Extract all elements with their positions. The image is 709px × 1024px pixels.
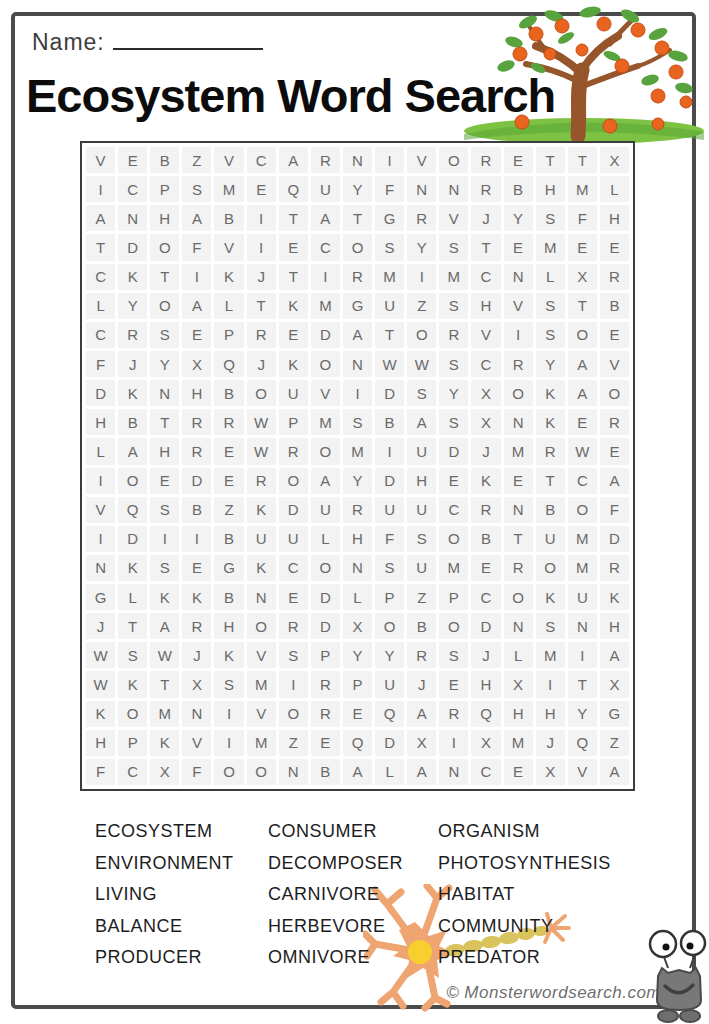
grid-cell[interactable]: B bbox=[214, 380, 243, 406]
grid-cell[interactable]: C bbox=[118, 176, 147, 202]
grid-cell[interactable]: D bbox=[118, 526, 147, 552]
grid-cell[interactable]: H bbox=[214, 613, 243, 639]
grid-cell[interactable]: W bbox=[86, 671, 115, 697]
grid-cell[interactable]: K bbox=[118, 380, 147, 406]
grid-cell[interactable]: V bbox=[311, 380, 340, 406]
grid-cell[interactable]: U bbox=[279, 526, 308, 552]
grid-cell[interactable]: C bbox=[471, 264, 500, 290]
grid-cell[interactable]: H bbox=[600, 205, 629, 231]
grid-cell[interactable]: N bbox=[504, 613, 533, 639]
grid-cell[interactable]: L bbox=[504, 642, 533, 668]
grid-cell[interactable]: U bbox=[407, 497, 436, 523]
grid-cell[interactable]: Y bbox=[439, 380, 468, 406]
grid-cell[interactable]: Q bbox=[375, 701, 404, 727]
grid-cell[interactable]: S bbox=[214, 671, 243, 697]
grid-cell[interactable]: K bbox=[536, 380, 565, 406]
grid-cell[interactable]: E bbox=[600, 234, 629, 260]
grid-cell[interactable]: A bbox=[407, 701, 436, 727]
grid-cell[interactable]: O bbox=[439, 613, 468, 639]
grid-cell[interactable]: O bbox=[504, 380, 533, 406]
grid-cell[interactable]: U bbox=[279, 380, 308, 406]
grid-cell[interactable]: O bbox=[504, 584, 533, 610]
grid-cell[interactable]: X bbox=[407, 730, 436, 756]
grid-cell[interactable]: T bbox=[536, 147, 565, 173]
grid-cell[interactable]: K bbox=[247, 555, 276, 581]
grid-cell[interactable]: Y bbox=[568, 701, 597, 727]
grid-cell[interactable]: S bbox=[536, 293, 565, 319]
grid-cell[interactable]: S bbox=[182, 176, 211, 202]
grid-cell[interactable]: P bbox=[150, 176, 179, 202]
grid-cell[interactable]: O bbox=[439, 526, 468, 552]
grid-cell[interactable]: N bbox=[247, 584, 276, 610]
grid-cell[interactable]: K bbox=[279, 351, 308, 377]
grid-cell[interactable]: K bbox=[150, 584, 179, 610]
grid-cell[interactable]: K bbox=[118, 264, 147, 290]
grid-cell[interactable]: J bbox=[247, 264, 276, 290]
grid-cell[interactable]: O bbox=[311, 438, 340, 464]
grid-cell[interactable]: V bbox=[600, 351, 629, 377]
grid-cell[interactable]: H bbox=[86, 730, 115, 756]
grid-cell[interactable]: Y bbox=[504, 205, 533, 231]
grid-cell[interactable]: Q bbox=[343, 730, 372, 756]
grid-cell[interactable]: L bbox=[343, 584, 372, 610]
grid-cell[interactable]: S bbox=[375, 234, 404, 260]
grid-cell[interactable]: L bbox=[214, 293, 243, 319]
grid-cell[interactable]: H bbox=[343, 526, 372, 552]
grid-cell[interactable]: M bbox=[504, 730, 533, 756]
grid-cell[interactable]: X bbox=[536, 759, 565, 785]
grid-cell[interactable]: A bbox=[568, 351, 597, 377]
grid-cell[interactable]: K bbox=[214, 642, 243, 668]
grid-cell[interactable]: D bbox=[439, 438, 468, 464]
grid-cell[interactable]: O bbox=[600, 380, 629, 406]
grid-cell[interactable]: W bbox=[247, 409, 276, 435]
grid-cell[interactable]: B bbox=[375, 409, 404, 435]
grid-cell[interactable]: K bbox=[536, 409, 565, 435]
grid-cell[interactable]: A bbox=[568, 380, 597, 406]
grid-cell[interactable]: M bbox=[311, 293, 340, 319]
grid-cell[interactable]: E bbox=[182, 322, 211, 348]
grid-cell[interactable]: I bbox=[214, 701, 243, 727]
grid-cell[interactable]: G bbox=[343, 293, 372, 319]
grid-cell[interactable]: L bbox=[311, 526, 340, 552]
grid-cell[interactable]: R bbox=[118, 322, 147, 348]
grid-cell[interactable]: H bbox=[150, 205, 179, 231]
grid-cell[interactable]: C bbox=[311, 234, 340, 260]
grid-cell[interactable]: J bbox=[247, 351, 276, 377]
grid-cell[interactable]: T bbox=[343, 205, 372, 231]
grid-cell[interactable]: C bbox=[118, 759, 147, 785]
grid-cell[interactable]: A bbox=[182, 293, 211, 319]
grid-cell[interactable]: N bbox=[568, 613, 597, 639]
grid-cell[interactable]: I bbox=[86, 468, 115, 494]
grid-cell[interactable]: I bbox=[311, 264, 340, 290]
grid-cell[interactable]: V bbox=[504, 293, 533, 319]
grid-cell[interactable]: O bbox=[568, 322, 597, 348]
grid-cell[interactable]: D bbox=[471, 613, 500, 639]
grid-cell[interactable]: I bbox=[568, 642, 597, 668]
grid-cell[interactable]: K bbox=[150, 730, 179, 756]
grid-cell[interactable]: R bbox=[407, 642, 436, 668]
grid-cell[interactable]: M bbox=[247, 730, 276, 756]
grid-cell[interactable]: U bbox=[407, 438, 436, 464]
grid-cell[interactable]: Y bbox=[375, 642, 404, 668]
grid-cell[interactable]: S bbox=[439, 642, 468, 668]
grid-cell[interactable]: T bbox=[86, 234, 115, 260]
grid-cell[interactable]: E bbox=[118, 147, 147, 173]
grid-cell[interactable]: R bbox=[343, 264, 372, 290]
grid-cell[interactable]: I bbox=[407, 264, 436, 290]
grid-cell[interactable]: C bbox=[439, 497, 468, 523]
grid-cell[interactable]: P bbox=[214, 322, 243, 348]
grid-cell[interactable]: E bbox=[504, 759, 533, 785]
grid-cell[interactable]: C bbox=[471, 351, 500, 377]
grid-cell[interactable]: E bbox=[504, 234, 533, 260]
grid-cell[interactable]: T bbox=[150, 671, 179, 697]
grid-cell[interactable]: Y bbox=[343, 176, 372, 202]
grid-cell[interactable]: E bbox=[504, 147, 533, 173]
grid-cell[interactable]: M bbox=[311, 409, 340, 435]
grid-cell[interactable]: T bbox=[150, 264, 179, 290]
grid-cell[interactable]: K bbox=[118, 671, 147, 697]
grid-cell[interactable]: R bbox=[439, 701, 468, 727]
grid-cell[interactable]: U bbox=[375, 671, 404, 697]
grid-cell[interactable]: D bbox=[375, 380, 404, 406]
grid-cell[interactable]: E bbox=[568, 234, 597, 260]
grid-cell[interactable]: D bbox=[375, 730, 404, 756]
grid-cell[interactable]: O bbox=[536, 555, 565, 581]
grid-cell[interactable]: J bbox=[182, 642, 211, 668]
grid-cell[interactable]: Q bbox=[118, 497, 147, 523]
grid-cell[interactable]: W bbox=[407, 351, 436, 377]
grid-cell[interactable]: T bbox=[118, 613, 147, 639]
grid-cell[interactable]: C bbox=[247, 147, 276, 173]
grid-cell[interactable]: I bbox=[214, 730, 243, 756]
grid-cell[interactable]: T bbox=[536, 468, 565, 494]
grid-cell[interactable]: X bbox=[471, 730, 500, 756]
grid-cell[interactable]: M bbox=[504, 438, 533, 464]
grid-cell[interactable]: U bbox=[375, 497, 404, 523]
grid-cell[interactable]: Y bbox=[407, 234, 436, 260]
grid-cell[interactable]: H bbox=[471, 671, 500, 697]
grid-cell[interactable]: D bbox=[311, 613, 340, 639]
grid-cell[interactable]: S bbox=[150, 497, 179, 523]
grid-cell[interactable]: R bbox=[311, 147, 340, 173]
grid-cell[interactable]: A bbox=[407, 409, 436, 435]
grid-cell[interactable]: Q bbox=[214, 351, 243, 377]
grid-cell[interactable]: N bbox=[343, 351, 372, 377]
grid-cell[interactable]: R bbox=[311, 671, 340, 697]
grid-cell[interactable]: N bbox=[150, 380, 179, 406]
grid-cell[interactable]: O bbox=[439, 147, 468, 173]
grid-cell[interactable]: R bbox=[247, 322, 276, 348]
grid-cell[interactable]: T bbox=[471, 234, 500, 260]
grid-cell[interactable]: E bbox=[600, 438, 629, 464]
grid-cell[interactable]: P bbox=[375, 584, 404, 610]
grid-cell[interactable]: X bbox=[568, 264, 597, 290]
grid-cell[interactable]: M bbox=[568, 176, 597, 202]
grid-cell[interactable]: O bbox=[279, 701, 308, 727]
grid-cell[interactable]: E bbox=[343, 701, 372, 727]
grid-cell[interactable]: N bbox=[504, 264, 533, 290]
grid-cell[interactable]: A bbox=[600, 468, 629, 494]
grid-cell[interactable]: Q bbox=[471, 701, 500, 727]
grid-cell[interactable]: S bbox=[343, 409, 372, 435]
grid-cell[interactable]: C bbox=[471, 584, 500, 610]
grid-cell[interactable]: Q bbox=[279, 176, 308, 202]
grid-cell[interactable]: I bbox=[439, 730, 468, 756]
grid-cell[interactable]: B bbox=[214, 526, 243, 552]
grid-cell[interactable]: A bbox=[343, 759, 372, 785]
grid-cell[interactable]: R bbox=[600, 409, 629, 435]
grid-cell[interactable]: F bbox=[182, 759, 211, 785]
grid-cell[interactable]: L bbox=[86, 293, 115, 319]
grid-cell[interactable]: X bbox=[150, 759, 179, 785]
grid-cell[interactable]: J bbox=[86, 613, 115, 639]
grid-cell[interactable]: E bbox=[504, 468, 533, 494]
grid-cell[interactable]: V bbox=[86, 497, 115, 523]
grid-cell[interactable]: O bbox=[118, 468, 147, 494]
grid-cell[interactable]: G bbox=[214, 555, 243, 581]
grid-cell[interactable]: I bbox=[375, 438, 404, 464]
grid-cell[interactable]: W bbox=[375, 351, 404, 377]
grid-cell[interactable]: E bbox=[279, 584, 308, 610]
grid-cell[interactable]: I bbox=[536, 671, 565, 697]
grid-cell[interactable]: Y bbox=[150, 351, 179, 377]
grid-cell[interactable]: R bbox=[247, 468, 276, 494]
grid-cell[interactable]: I bbox=[182, 264, 211, 290]
grid-cell[interactable]: B bbox=[471, 526, 500, 552]
grid-cell[interactable]: Z bbox=[407, 293, 436, 319]
grid-cell[interactable]: B bbox=[214, 584, 243, 610]
grid-cell[interactable]: H bbox=[536, 701, 565, 727]
grid-cell[interactable]: V bbox=[247, 701, 276, 727]
grid-cell[interactable]: R bbox=[279, 613, 308, 639]
grid-cell[interactable]: L bbox=[375, 759, 404, 785]
grid-cell[interactable]: F bbox=[86, 351, 115, 377]
grid-cell[interactable]: N bbox=[118, 205, 147, 231]
grid-cell[interactable]: B bbox=[536, 497, 565, 523]
grid-cell[interactable]: L bbox=[118, 584, 147, 610]
grid-cell[interactable]: R bbox=[600, 264, 629, 290]
grid-cell[interactable]: N bbox=[504, 409, 533, 435]
grid-cell[interactable]: A bbox=[600, 759, 629, 785]
grid-cell[interactable]: R bbox=[536, 438, 565, 464]
grid-cell[interactable]: E bbox=[279, 234, 308, 260]
grid-cell[interactable]: Y bbox=[536, 351, 565, 377]
grid-cell[interactable]: Y bbox=[343, 468, 372, 494]
grid-cell[interactable]: T bbox=[504, 526, 533, 552]
grid-cell[interactable]: D bbox=[182, 468, 211, 494]
grid-cell[interactable]: B bbox=[182, 497, 211, 523]
grid-cell[interactable]: L bbox=[86, 438, 115, 464]
grid-cell[interactable]: Q bbox=[568, 730, 597, 756]
grid-cell[interactable]: S bbox=[150, 555, 179, 581]
grid-cell[interactable]: N bbox=[439, 759, 468, 785]
grid-cell[interactable]: U bbox=[247, 526, 276, 552]
grid-cell[interactable]: I bbox=[247, 205, 276, 231]
grid-cell[interactable]: I bbox=[504, 322, 533, 348]
grid-cell[interactable]: V bbox=[471, 322, 500, 348]
grid-cell[interactable]: O bbox=[311, 555, 340, 581]
grid-cell[interactable]: V bbox=[86, 147, 115, 173]
grid-cell[interactable]: B bbox=[407, 613, 436, 639]
grid-cell[interactable]: M bbox=[439, 264, 468, 290]
grid-cell[interactable]: S bbox=[536, 205, 565, 231]
grid-cell[interactable]: U bbox=[536, 526, 565, 552]
grid-cell[interactable]: K bbox=[118, 555, 147, 581]
grid-cell[interactable]: F bbox=[182, 234, 211, 260]
grid-cell[interactable]: V bbox=[214, 147, 243, 173]
grid-cell[interactable]: D bbox=[86, 380, 115, 406]
grid-cell[interactable]: S bbox=[439, 293, 468, 319]
grid-cell[interactable]: W bbox=[247, 438, 276, 464]
grid-cell[interactable]: N bbox=[343, 555, 372, 581]
grid-cell[interactable]: A bbox=[600, 642, 629, 668]
grid-cell[interactable]: O bbox=[247, 613, 276, 639]
grid-cell[interactable]: D bbox=[600, 526, 629, 552]
grid-cell[interactable]: G bbox=[375, 205, 404, 231]
grid-cell[interactable]: Z bbox=[600, 730, 629, 756]
grid-cell[interactable]: U bbox=[407, 555, 436, 581]
grid-cell[interactable]: K bbox=[279, 293, 308, 319]
grid-cell[interactable]: J bbox=[471, 438, 500, 464]
grid-cell[interactable]: Y bbox=[343, 642, 372, 668]
grid-cell[interactable]: O bbox=[375, 613, 404, 639]
grid-cell[interactable]: H bbox=[471, 293, 500, 319]
grid-cell[interactable]: E bbox=[471, 555, 500, 581]
grid-cell[interactable]: O bbox=[247, 380, 276, 406]
grid-cell[interactable]: Z bbox=[407, 584, 436, 610]
grid-cell[interactable]: V bbox=[568, 759, 597, 785]
grid-cell[interactable]: W bbox=[150, 642, 179, 668]
grid-cell[interactable]: H bbox=[600, 613, 629, 639]
grid-cell[interactable]: E bbox=[150, 468, 179, 494]
grid-cell[interactable]: K bbox=[247, 497, 276, 523]
grid-cell[interactable]: D bbox=[375, 468, 404, 494]
grid-cell[interactable]: U bbox=[568, 584, 597, 610]
grid-cell[interactable]: A bbox=[311, 205, 340, 231]
grid-cell[interactable]: K bbox=[471, 468, 500, 494]
grid-cell[interactable]: S bbox=[407, 380, 436, 406]
grid-cell[interactable]: M bbox=[536, 234, 565, 260]
grid-cell[interactable]: R bbox=[182, 438, 211, 464]
grid-cell[interactable]: S bbox=[279, 642, 308, 668]
grid-cell[interactable]: F bbox=[86, 759, 115, 785]
grid-cell[interactable]: A bbox=[86, 205, 115, 231]
grid-cell[interactable]: H bbox=[86, 409, 115, 435]
grid-cell[interactable]: D bbox=[279, 497, 308, 523]
grid-cell[interactable]: R bbox=[504, 555, 533, 581]
grid-cell[interactable]: E bbox=[279, 322, 308, 348]
grid-cell[interactable]: X bbox=[182, 351, 211, 377]
grid-cell[interactable]: A bbox=[118, 438, 147, 464]
grid-cell[interactable]: M bbox=[214, 176, 243, 202]
grid-cell[interactable]: T bbox=[568, 671, 597, 697]
grid-cell[interactable]: T bbox=[568, 293, 597, 319]
grid-cell[interactable]: O bbox=[214, 759, 243, 785]
grid-cell[interactable]: V bbox=[439, 205, 468, 231]
grid-cell[interactable]: B bbox=[214, 205, 243, 231]
grid-cell[interactable]: H bbox=[536, 176, 565, 202]
grid-cell[interactable]: F bbox=[375, 176, 404, 202]
grid-cell[interactable]: O bbox=[568, 497, 597, 523]
grid-cell[interactable]: R bbox=[407, 205, 436, 231]
grid-cell[interactable]: N bbox=[343, 147, 372, 173]
grid-cell[interactable]: I bbox=[86, 176, 115, 202]
grid-cell[interactable]: S bbox=[536, 613, 565, 639]
grid-cell[interactable]: M bbox=[439, 555, 468, 581]
grid-cell[interactable]: R bbox=[600, 555, 629, 581]
grid-cell[interactable]: R bbox=[343, 497, 372, 523]
grid-cell[interactable]: B bbox=[311, 759, 340, 785]
grid-cell[interactable]: U bbox=[311, 176, 340, 202]
grid-cell[interactable]: N bbox=[407, 176, 436, 202]
grid-cell[interactable]: R bbox=[182, 409, 211, 435]
grid-cell[interactable]: A bbox=[279, 147, 308, 173]
grid-cell[interactable]: V bbox=[214, 234, 243, 260]
grid-cell[interactable]: W bbox=[568, 438, 597, 464]
grid-cell[interactable]: D bbox=[311, 584, 340, 610]
grid-cell[interactable]: D bbox=[311, 322, 340, 348]
grid-cell[interactable]: K bbox=[214, 264, 243, 290]
grid-cell[interactable]: V bbox=[407, 147, 436, 173]
grid-cell[interactable]: N bbox=[86, 555, 115, 581]
grid-cell[interactable]: M bbox=[375, 264, 404, 290]
grid-cell[interactable]: J bbox=[407, 671, 436, 697]
grid-cell[interactable]: S bbox=[375, 555, 404, 581]
grid-cell[interactable]: S bbox=[439, 409, 468, 435]
grid-cell[interactable]: K bbox=[86, 701, 115, 727]
grid-cell[interactable]: R bbox=[311, 701, 340, 727]
grid-cell[interactable]: C bbox=[568, 468, 597, 494]
grid-cell[interactable]: S bbox=[439, 234, 468, 260]
grid-cell[interactable]: N bbox=[182, 701, 211, 727]
grid-cell[interactable]: C bbox=[471, 759, 500, 785]
grid-cell[interactable]: A bbox=[150, 613, 179, 639]
grid-cell[interactable]: O bbox=[247, 759, 276, 785]
grid-cell[interactable]: X bbox=[600, 147, 629, 173]
grid-cell[interactable]: T bbox=[375, 322, 404, 348]
grid-cell[interactable]: D bbox=[118, 234, 147, 260]
grid-cell[interactable]: G bbox=[600, 701, 629, 727]
grid-cell[interactable]: O bbox=[150, 234, 179, 260]
grid-cell[interactable]: S bbox=[407, 526, 436, 552]
grid-cell[interactable]: J bbox=[471, 205, 500, 231]
grid-cell[interactable]: F bbox=[375, 526, 404, 552]
grid-cell[interactable]: Z bbox=[214, 497, 243, 523]
grid-cell[interactable]: A bbox=[407, 759, 436, 785]
grid-cell[interactable]: R bbox=[214, 409, 243, 435]
grid-cell[interactable]: K bbox=[182, 584, 211, 610]
grid-cell[interactable]: S bbox=[118, 642, 147, 668]
grid-cell[interactable]: R bbox=[471, 147, 500, 173]
grid-cell[interactable]: S bbox=[439, 351, 468, 377]
grid-cell[interactable]: T bbox=[247, 293, 276, 319]
grid-cell[interactable]: M bbox=[150, 701, 179, 727]
grid-cell[interactable]: F bbox=[600, 497, 629, 523]
grid-cell[interactable]: R bbox=[279, 438, 308, 464]
grid-cell[interactable]: W bbox=[86, 642, 115, 668]
grid-cell[interactable]: R bbox=[471, 497, 500, 523]
grid-cell[interactable]: L bbox=[536, 264, 565, 290]
grid-cell[interactable]: O bbox=[407, 322, 436, 348]
grid-cell[interactable]: X bbox=[343, 613, 372, 639]
grid-cell[interactable]: I bbox=[375, 147, 404, 173]
grid-cell[interactable]: J bbox=[118, 351, 147, 377]
grid-cell[interactable]: R bbox=[182, 613, 211, 639]
grid-cell[interactable]: N bbox=[279, 759, 308, 785]
